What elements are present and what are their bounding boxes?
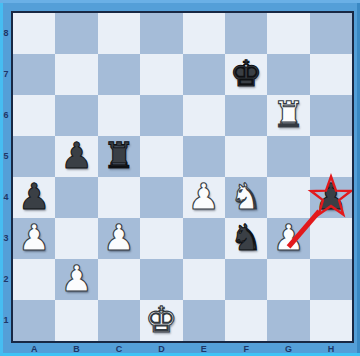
chess-board-frame: ♚♜♟♜♟♟♞♟♟♟♞♟♟♚ 87654321 ABCDEFGH	[0, 0, 360, 356]
square-e3[interactable]	[183, 218, 225, 259]
black-knight-f3[interactable]: ♞	[225, 217, 267, 258]
square-b6[interactable]	[55, 95, 97, 136]
black-pawn-b5[interactable]: ♟	[55, 135, 97, 176]
square-c6[interactable]	[98, 95, 140, 136]
square-h4[interactable]: ♟	[310, 177, 352, 218]
square-b2[interactable]: ♟	[55, 259, 97, 300]
rank-label-1: 1	[0, 300, 12, 341]
square-e2[interactable]	[183, 259, 225, 300]
square-c7[interactable]	[98, 54, 140, 95]
file-label-b: B	[55, 343, 97, 356]
square-g5[interactable]	[267, 136, 309, 177]
square-c1[interactable]	[98, 300, 140, 341]
square-c3[interactable]: ♟	[98, 218, 140, 259]
white-pawn-c3[interactable]: ♟	[98, 217, 140, 258]
rank-label-6: 6	[0, 95, 12, 136]
square-b8[interactable]	[55, 13, 97, 54]
square-h1[interactable]	[310, 300, 352, 341]
rank-label-8: 8	[0, 13, 12, 54]
square-a8[interactable]	[13, 13, 55, 54]
square-g4[interactable]	[267, 177, 309, 218]
square-f6[interactable]	[225, 95, 267, 136]
square-e5[interactable]	[183, 136, 225, 177]
square-d3[interactable]	[140, 218, 182, 259]
square-b1[interactable]	[55, 300, 97, 341]
square-f7[interactable]: ♚	[225, 54, 267, 95]
square-b5[interactable]: ♟	[55, 136, 97, 177]
square-e8[interactable]	[183, 13, 225, 54]
rank-label-3: 3	[0, 218, 12, 259]
square-a1[interactable]	[13, 300, 55, 341]
square-d5[interactable]	[140, 136, 182, 177]
rank-label-7: 7	[0, 54, 12, 95]
square-a4[interactable]: ♟	[13, 177, 55, 218]
square-e4[interactable]: ♟	[183, 177, 225, 218]
file-label-a: A	[13, 343, 55, 356]
square-d8[interactable]	[140, 13, 182, 54]
rank-label-2: 2	[0, 259, 12, 300]
square-a7[interactable]	[13, 54, 55, 95]
square-c2[interactable]	[98, 259, 140, 300]
square-d2[interactable]	[140, 259, 182, 300]
square-f5[interactable]	[225, 136, 267, 177]
black-pawn-h4[interactable]: ♟	[310, 176, 352, 217]
file-label-c: C	[98, 343, 140, 356]
rank-label-5: 5	[0, 136, 12, 177]
square-f2[interactable]	[225, 259, 267, 300]
white-pawn-b2[interactable]: ♟	[55, 258, 97, 299]
white-pawn-a3[interactable]: ♟	[13, 217, 55, 258]
square-h2[interactable]	[310, 259, 352, 300]
square-b3[interactable]	[55, 218, 97, 259]
black-pawn-a4[interactable]: ♟	[13, 176, 55, 217]
white-pawn-g3[interactable]: ♟	[267, 217, 309, 258]
square-a6[interactable]	[13, 95, 55, 136]
square-h3[interactable]	[310, 218, 352, 259]
file-label-g: G	[267, 343, 309, 356]
square-a3[interactable]: ♟	[13, 218, 55, 259]
white-rook-g6[interactable]: ♜	[267, 94, 309, 135]
square-g7[interactable]	[267, 54, 309, 95]
square-c8[interactable]	[98, 13, 140, 54]
square-c4[interactable]	[98, 177, 140, 218]
rank-label-4: 4	[0, 177, 12, 218]
square-e7[interactable]	[183, 54, 225, 95]
square-f1[interactable]	[225, 300, 267, 341]
square-h7[interactable]	[310, 54, 352, 95]
square-e1[interactable]	[183, 300, 225, 341]
square-f4[interactable]: ♞	[225, 177, 267, 218]
square-d4[interactable]	[140, 177, 182, 218]
square-h6[interactable]	[310, 95, 352, 136]
square-g6[interactable]: ♜	[267, 95, 309, 136]
square-c5[interactable]: ♜	[98, 136, 140, 177]
square-g3[interactable]: ♟	[267, 218, 309, 259]
square-a5[interactable]	[13, 136, 55, 177]
square-f3[interactable]: ♞	[225, 218, 267, 259]
white-knight-f4[interactable]: ♞	[225, 176, 267, 217]
square-h8[interactable]	[310, 13, 352, 54]
file-label-h: H	[310, 343, 352, 356]
square-b4[interactable]	[55, 177, 97, 218]
square-g1[interactable]	[267, 300, 309, 341]
black-rook-c5[interactable]: ♜	[98, 135, 140, 176]
square-h5[interactable]	[310, 136, 352, 177]
square-b7[interactable]	[55, 54, 97, 95]
square-g2[interactable]	[267, 259, 309, 300]
file-label-d: D	[140, 343, 182, 356]
square-d1[interactable]: ♚	[140, 300, 182, 341]
square-a2[interactable]	[13, 259, 55, 300]
square-f8[interactable]	[225, 13, 267, 54]
black-king-f7[interactable]: ♚	[225, 53, 267, 94]
square-d7[interactable]	[140, 54, 182, 95]
square-g8[interactable]	[267, 13, 309, 54]
square-d6[interactable]	[140, 95, 182, 136]
chess-board: ♚♜♟♜♟♟♞♟♟♟♞♟♟♚	[11, 11, 354, 343]
square-e6[interactable]	[183, 95, 225, 136]
file-label-e: E	[183, 343, 225, 356]
white-king-d1[interactable]: ♚	[140, 299, 182, 340]
file-label-f: F	[225, 343, 267, 356]
white-pawn-e4[interactable]: ♟	[183, 176, 225, 217]
